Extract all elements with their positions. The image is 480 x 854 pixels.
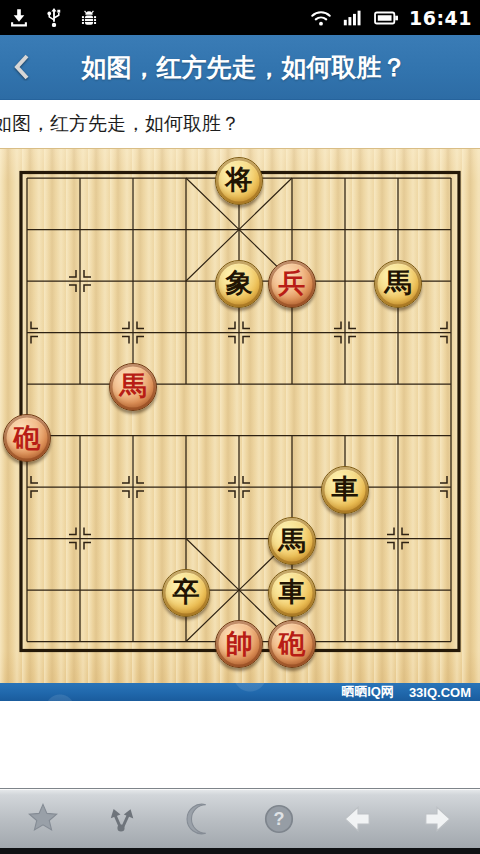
- app-screen: 16:41 如图，红方先走，如何取胜？ 如图，红方先走，如何取胜？ 将象兵馬馬砲…: [0, 0, 480, 854]
- watermark-site-name: 晒晒IQ网: [341, 683, 394, 701]
- status-left-icons: [8, 7, 100, 29]
- screen-bottom-edge: [0, 848, 480, 854]
- watermark-site-url: 33IQ.COM: [409, 685, 471, 700]
- wifi-icon: [309, 7, 333, 29]
- chevron-left-icon: [12, 53, 32, 81]
- watermark-strip: 晒晒IQ网 33IQ.COM: [0, 683, 480, 701]
- battery-icon: [373, 7, 400, 29]
- piece-black-general: 将: [215, 157, 263, 205]
- star-icon: [25, 801, 61, 837]
- status-bar: 16:41: [0, 0, 480, 35]
- piece-black-horse: 馬: [374, 260, 422, 308]
- question-text: 如图，红方先走，如何取胜？: [0, 111, 240, 137]
- piece-red-soldier: 兵: [268, 260, 316, 308]
- share-icon: [105, 802, 139, 836]
- piece-black-soldier: 卒: [162, 569, 210, 617]
- usb-icon: [43, 7, 65, 29]
- clock: 16:41: [409, 7, 472, 29]
- piece-red-general: 帥: [215, 620, 263, 668]
- signal-icon: [342, 7, 364, 29]
- pieces-layer: 将象兵馬馬砲車馬卒車帥砲: [1, 152, 478, 667]
- piece-black-horse: 馬: [268, 517, 316, 565]
- piece-black-chariot: 車: [321, 466, 369, 514]
- arrow-right-icon: [418, 800, 456, 838]
- arrow-left-icon: [339, 800, 377, 838]
- bottom-toolbar: ?: [0, 788, 480, 854]
- toolbar-inner: ?: [0, 788, 480, 848]
- help-button[interactable]: ?: [258, 798, 300, 840]
- favorite-button[interactable]: [22, 798, 64, 840]
- piece-red-horse: 馬: [109, 363, 157, 411]
- next-button[interactable]: [416, 798, 458, 840]
- header: 如图，红方先走，如何取胜？: [0, 35, 480, 100]
- content-spacer: [0, 701, 480, 788]
- piece-red-cannon: 砲: [268, 620, 316, 668]
- share-button[interactable]: [101, 798, 143, 840]
- download-icon: [8, 7, 30, 29]
- night-mode-button[interactable]: [180, 798, 222, 840]
- status-right-icons: 16:41: [309, 7, 472, 29]
- svg-text:?: ?: [274, 809, 285, 829]
- piece-black-chariot: 車: [268, 569, 316, 617]
- back-button[interactable]: [12, 47, 42, 87]
- page-title: 如图，红方先走，如何取胜？: [42, 51, 446, 84]
- prev-button[interactable]: [337, 798, 379, 840]
- piece-red-cannon: 砲: [3, 414, 51, 462]
- question-row: 如图，红方先走，如何取胜？: [0, 100, 480, 148]
- adb-bug-icon: [78, 7, 100, 29]
- moon-icon: [183, 801, 219, 837]
- piece-black-elephant: 象: [215, 260, 263, 308]
- xiangqi-board: 将象兵馬馬砲車馬卒車帥砲: [0, 148, 480, 683]
- question-icon: ?: [261, 801, 297, 837]
